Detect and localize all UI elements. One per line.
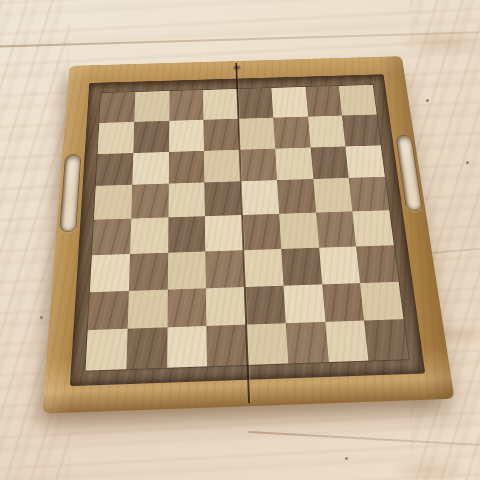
- square-h8: [339, 85, 377, 115]
- square-a2: [88, 290, 129, 330]
- square-e7: [238, 117, 275, 149]
- dust-speck: [345, 457, 348, 460]
- square-g3: [319, 246, 361, 284]
- square-c6: [168, 150, 204, 183]
- square-a3: [90, 254, 130, 292]
- square-f3: [281, 247, 322, 285]
- square-d3: [206, 250, 245, 288]
- square-a1: [85, 329, 127, 371]
- dust-speck: [40, 316, 43, 319]
- square-g8: [305, 86, 342, 117]
- square-c3: [167, 251, 206, 289]
- chess-board: [42, 56, 454, 413]
- square-d8: [203, 89, 238, 120]
- square-b5: [131, 184, 168, 219]
- square-d7: [204, 119, 240, 151]
- dust-speck: [426, 99, 429, 102]
- square-f5: [277, 179, 316, 214]
- square-g6: [310, 146, 349, 179]
- floor-plank-seam: [0, 30, 480, 47]
- square-h2: [360, 281, 403, 320]
- square-e2: [245, 285, 286, 325]
- square-f1: [286, 322, 329, 363]
- square-f6: [275, 147, 313, 180]
- square-b3: [129, 252, 168, 290]
- square-d4: [205, 215, 243, 251]
- square-f8: [271, 87, 307, 118]
- square-e3: [243, 249, 283, 287]
- square-f2: [283, 284, 325, 324]
- square-h7: [342, 114, 381, 146]
- square-h6: [345, 145, 384, 178]
- square-b1: [126, 328, 167, 370]
- hinge-mark: [232, 64, 241, 71]
- left-handle-cutout: [59, 154, 81, 233]
- square-e4: [242, 214, 281, 250]
- square-g7: [308, 115, 346, 147]
- square-d1: [207, 325, 248, 367]
- square-e6: [240, 148, 277, 181]
- square-g4: [316, 211, 357, 247]
- square-g5: [313, 178, 353, 213]
- board-frame: [42, 56, 454, 413]
- square-h4: [353, 210, 394, 246]
- square-h1: [364, 319, 408, 360]
- square-a5: [94, 185, 132, 220]
- square-b6: [132, 152, 169, 185]
- square-e8: [237, 88, 273, 119]
- square-a4: [92, 219, 131, 255]
- square-c1: [167, 326, 208, 368]
- square-g1: [325, 321, 369, 362]
- square-d6: [204, 149, 241, 182]
- square-f4: [279, 213, 319, 249]
- square-a7: [98, 122, 135, 154]
- square-c7: [169, 120, 204, 152]
- square-a6: [96, 153, 133, 186]
- square-a8: [99, 92, 135, 123]
- square-f7: [273, 116, 310, 148]
- square-b2: [127, 289, 167, 329]
- square-h3: [356, 245, 398, 283]
- square-c4: [168, 216, 206, 252]
- square-c5: [168, 183, 205, 218]
- square-b7: [133, 121, 169, 153]
- square-d2: [206, 287, 246, 327]
- square-d5: [205, 181, 242, 216]
- square-e1: [246, 323, 288, 364]
- square-b4: [130, 217, 168, 253]
- square-c2: [167, 288, 207, 328]
- dust-speck: [466, 161, 469, 164]
- square-g2: [322, 283, 365, 322]
- square-c8: [169, 90, 204, 121]
- square-h5: [349, 177, 389, 212]
- square-e5: [241, 180, 279, 215]
- scene: [0, 0, 480, 480]
- square-b8: [134, 91, 169, 122]
